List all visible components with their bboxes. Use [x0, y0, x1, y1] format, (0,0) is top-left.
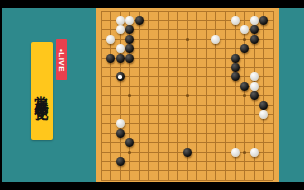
black-stone — [135, 16, 144, 25]
board-horizontal-line — [101, 133, 273, 134]
white-stone — [231, 148, 240, 157]
star-point — [128, 151, 131, 154]
white-stone — [250, 72, 259, 81]
last-move-marker — [118, 75, 122, 79]
black-stone — [116, 129, 125, 138]
black-stone — [106, 54, 115, 63]
black-stone — [125, 35, 134, 44]
board-horizontal-line — [101, 170, 273, 171]
topic-banner: 常形易错变化 — [31, 42, 53, 140]
star-point — [186, 38, 189, 41]
black-stone — [125, 54, 134, 63]
board-horizontal-line — [101, 105, 273, 106]
star-point — [186, 94, 189, 97]
live-badge: •LIVE — [56, 39, 67, 80]
white-stone — [231, 16, 240, 25]
go-board — [96, 8, 279, 182]
black-stone — [231, 72, 240, 81]
white-stone — [116, 25, 125, 34]
left-black-edge — [0, 0, 2, 190]
white-stone — [116, 16, 125, 25]
letterbox-bottom-bar — [0, 182, 304, 190]
black-stone — [125, 44, 134, 53]
black-stone — [116, 54, 125, 63]
board-horizontal-line — [101, 180, 273, 181]
black-stone — [116, 157, 125, 166]
white-stone — [250, 16, 259, 25]
board-horizontal-line — [101, 123, 273, 124]
letterbox-top-bar — [0, 0, 304, 8]
black-stone — [125, 138, 134, 147]
star-point — [128, 94, 131, 97]
black-stone — [259, 16, 268, 25]
star-point — [243, 94, 246, 97]
black-stone — [240, 44, 249, 53]
white-stone — [116, 119, 125, 128]
white-stone — [116, 44, 125, 53]
live-badge-text: •LIVE — [56, 40, 67, 81]
white-stone — [106, 35, 115, 44]
white-stone — [250, 82, 259, 91]
black-stone — [231, 54, 240, 63]
board-horizontal-line — [101, 114, 273, 115]
board-horizontal-line — [101, 67, 273, 68]
white-stone — [259, 110, 268, 119]
black-stone — [259, 101, 268, 110]
black-stone — [231, 63, 240, 72]
white-stone — [250, 148, 259, 157]
black-stone — [250, 35, 259, 44]
black-stone — [250, 91, 259, 100]
star-point — [243, 38, 246, 41]
board-horizontal-line — [101, 76, 273, 77]
black-stone — [183, 148, 192, 157]
black-stone — [250, 25, 259, 34]
star-point — [243, 151, 246, 154]
topic-banner-text: 常形易错变化 — [31, 85, 53, 97]
board-horizontal-line — [101, 11, 273, 12]
white-stone — [125, 16, 134, 25]
white-stone — [240, 25, 249, 34]
white-stone — [211, 35, 220, 44]
black-stone — [125, 25, 134, 34]
black-stone — [240, 82, 249, 91]
board-horizontal-line — [101, 161, 273, 162]
